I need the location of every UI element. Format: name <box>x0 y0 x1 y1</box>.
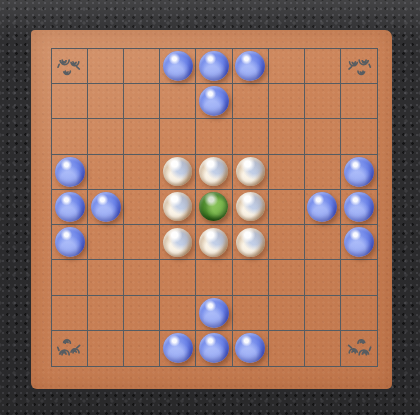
attacker-piece[interactable] <box>235 333 265 363</box>
attacker-piece[interactable] <box>163 333 193 363</box>
board-cell[interactable] <box>269 225 305 260</box>
defender-piece[interactable] <box>199 228 228 257</box>
board-cell[interactable] <box>52 190 88 225</box>
attacker-piece[interactable] <box>199 86 229 116</box>
board-cell[interactable] <box>124 331 160 366</box>
attacker-piece[interactable] <box>344 157 374 187</box>
board-cell[interactable] <box>233 155 269 190</box>
attacker-piece[interactable] <box>199 333 229 363</box>
board-cell[interactable] <box>196 296 232 331</box>
board-cell[interactable] <box>341 260 377 295</box>
board-cell[interactable] <box>160 84 196 119</box>
board-cell[interactable] <box>124 260 160 295</box>
board-cell[interactable] <box>196 84 232 119</box>
board-cell[interactable] <box>233 84 269 119</box>
board-cell[interactable] <box>52 119 88 154</box>
board-cell[interactable] <box>124 296 160 331</box>
board-cell[interactable] <box>233 331 269 366</box>
defender-piece[interactable] <box>236 228 265 257</box>
board-cell[interactable] <box>88 260 124 295</box>
board-cell[interactable] <box>233 119 269 154</box>
board-cell[interactable] <box>160 119 196 154</box>
defender-piece[interactable] <box>163 228 192 257</box>
defender-piece[interactable] <box>236 192 265 221</box>
board-cell[interactable] <box>52 296 88 331</box>
defender-piece[interactable] <box>163 157 192 186</box>
board-cell[interactable] <box>305 190 341 225</box>
celtic-triskele-icon <box>343 51 375 81</box>
board-cell[interactable] <box>160 155 196 190</box>
defender-piece[interactable] <box>236 157 265 186</box>
board-cell[interactable] <box>124 225 160 260</box>
attacker-piece[interactable] <box>199 51 229 81</box>
board-cell[interactable] <box>196 225 232 260</box>
board-cell[interactable] <box>160 49 196 84</box>
defender-piece[interactable] <box>163 192 192 221</box>
board-cell[interactable] <box>233 260 269 295</box>
board-cell[interactable] <box>52 225 88 260</box>
attacker-piece[interactable] <box>235 51 265 81</box>
board-cell[interactable] <box>341 49 377 84</box>
board-cell[interactable] <box>196 155 232 190</box>
board-cell[interactable] <box>305 225 341 260</box>
board-cell[interactable] <box>160 190 196 225</box>
board-cell[interactable] <box>233 190 269 225</box>
board-cell[interactable] <box>196 260 232 295</box>
board-cell[interactable] <box>160 225 196 260</box>
board-cell[interactable] <box>88 119 124 154</box>
attacker-piece[interactable] <box>55 227 85 257</box>
king-piece[interactable] <box>199 192 228 221</box>
board-cell[interactable] <box>52 260 88 295</box>
celtic-triskele-icon <box>343 333 375 364</box>
board-cell[interactable] <box>88 49 124 84</box>
board-cell[interactable] <box>305 296 341 331</box>
board-cell[interactable] <box>305 119 341 154</box>
board-cell[interactable] <box>269 155 305 190</box>
board-cell[interactable] <box>305 331 341 366</box>
attacker-piece[interactable] <box>199 298 229 328</box>
celtic-triskele-icon <box>54 51 85 81</box>
attacker-piece[interactable] <box>55 192 85 222</box>
board-cell[interactable] <box>160 260 196 295</box>
board-cell[interactable] <box>196 331 232 366</box>
defender-piece[interactable] <box>199 157 228 186</box>
board-cell[interactable] <box>341 119 377 154</box>
attacker-piece[interactable] <box>344 192 374 222</box>
board-cell[interactable] <box>124 190 160 225</box>
board-cell[interactable] <box>305 84 341 119</box>
board-cell[interactable] <box>196 190 232 225</box>
board-cell[interactable] <box>233 296 269 331</box>
board-cell[interactable] <box>196 119 232 154</box>
board-cell[interactable] <box>341 84 377 119</box>
board-cell[interactable] <box>341 296 377 331</box>
board-cell[interactable] <box>88 296 124 331</box>
board-cell[interactable] <box>269 331 305 366</box>
board-cell[interactable] <box>269 119 305 154</box>
board-cell[interactable] <box>305 49 341 84</box>
board-cell[interactable] <box>341 190 377 225</box>
board-cell[interactable] <box>124 155 160 190</box>
board-cell[interactable] <box>160 296 196 331</box>
board-cell[interactable] <box>52 331 88 366</box>
board-cell[interactable] <box>305 260 341 295</box>
leather-game-mat <box>31 30 392 389</box>
board-cell[interactable] <box>88 225 124 260</box>
board-cell[interactable] <box>341 331 377 366</box>
board-cell[interactable] <box>269 260 305 295</box>
tafl-board-grid <box>51 48 378 367</box>
board-cell[interactable] <box>341 225 377 260</box>
board-cell[interactable] <box>52 155 88 190</box>
board-cell[interactable] <box>88 331 124 366</box>
celtic-triskele-icon <box>54 333 85 364</box>
board-cell[interactable] <box>269 190 305 225</box>
board-cell[interactable] <box>88 155 124 190</box>
board-cell[interactable] <box>269 49 305 84</box>
board-cell[interactable] <box>305 155 341 190</box>
board-cell[interactable] <box>233 225 269 260</box>
board-cell[interactable] <box>52 84 88 119</box>
board-cell[interactable] <box>196 49 232 84</box>
board-cell[interactable] <box>88 190 124 225</box>
board-cell[interactable] <box>269 84 305 119</box>
board-cell[interactable] <box>124 49 160 84</box>
attacker-piece[interactable] <box>344 227 374 257</box>
attacker-piece[interactable] <box>91 192 121 222</box>
board-cell[interactable] <box>52 49 88 84</box>
board-cell[interactable] <box>341 155 377 190</box>
attacker-piece[interactable] <box>163 51 193 81</box>
carpet-background <box>0 0 420 415</box>
board-cell[interactable] <box>233 49 269 84</box>
attacker-piece[interactable] <box>307 192 337 222</box>
board-cell[interactable] <box>269 296 305 331</box>
board-cell[interactable] <box>124 84 160 119</box>
attacker-piece[interactable] <box>55 157 85 187</box>
board-cell[interactable] <box>160 331 196 366</box>
board-cell[interactable] <box>124 119 160 154</box>
board-cell[interactable] <box>88 84 124 119</box>
